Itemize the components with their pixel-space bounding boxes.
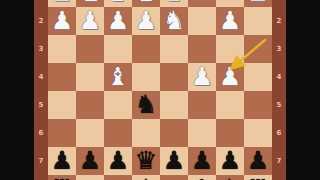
rank-label-4: 4	[34, 63, 48, 91]
rank-label-7: 7	[34, 147, 48, 175]
square-d3[interactable]	[160, 35, 188, 63]
rank-label-3: 3	[272, 35, 286, 63]
black-knight-b8[interactable]: ♞	[216, 175, 244, 180]
square-c7[interactable]: ♟	[188, 147, 216, 175]
square-f6[interactable]	[104, 119, 132, 147]
black-queen-e7[interactable]: ♛	[132, 147, 160, 175]
square-a5[interactable]	[244, 91, 272, 119]
square-g6[interactable]	[76, 119, 104, 147]
square-h2[interactable]: ♟	[48, 7, 76, 35]
rank-label-7: 7	[272, 147, 286, 175]
square-d6[interactable]	[160, 119, 188, 147]
square-d8[interactable]	[160, 175, 188, 180]
square-b4[interactable]: ♟	[216, 63, 244, 91]
video-frame: 12345678 12345678 ♜♞♝♚♛♜♟♟♟♟♞♟♝♟♟♞♟♟♟♛♟♟…	[0, 0, 320, 180]
square-d7[interactable]: ♟	[160, 147, 188, 175]
square-e5[interactable]: ♞	[132, 91, 160, 119]
black-pawn-c7[interactable]: ♟	[188, 147, 216, 175]
rank-label-8: 8	[34, 175, 48, 180]
white-pawn-e2[interactable]: ♟	[132, 7, 160, 35]
square-c8[interactable]: ♝	[188, 175, 216, 180]
square-b3[interactable]	[216, 35, 244, 63]
square-f8[interactable]	[104, 175, 132, 180]
square-h7[interactable]: ♟	[48, 147, 76, 175]
white-pawn-h2[interactable]: ♟	[48, 7, 76, 35]
square-h5[interactable]	[48, 91, 76, 119]
white-bishop-f4[interactable]: ♝	[104, 63, 132, 91]
square-b2[interactable]: ♟	[216, 7, 244, 35]
square-f3[interactable]	[104, 35, 132, 63]
square-a3[interactable]	[244, 35, 272, 63]
square-d2[interactable]: ♞	[160, 7, 188, 35]
square-b8[interactable]: ♞	[216, 175, 244, 180]
black-pawn-d7[interactable]: ♟	[160, 147, 188, 175]
square-b5[interactable]	[216, 91, 244, 119]
rank-label-2: 2	[34, 7, 48, 35]
square-f4[interactable]: ♝	[104, 63, 132, 91]
black-king-e8[interactable]: ♚	[132, 175, 160, 180]
black-pawn-b7[interactable]: ♟	[216, 147, 244, 175]
square-c5[interactable]	[188, 91, 216, 119]
rank-label-4: 4	[272, 63, 286, 91]
square-a8[interactable]: ♜	[244, 175, 272, 180]
rank-labels-left: 12345678	[34, 0, 48, 180]
square-c3[interactable]	[188, 35, 216, 63]
rank-label-1: 1	[34, 0, 48, 7]
square-e6[interactable]	[132, 119, 160, 147]
square-d4[interactable]	[160, 63, 188, 91]
white-pawn-b4[interactable]: ♟	[216, 63, 244, 91]
square-c4[interactable]: ♟	[188, 63, 216, 91]
board-grid: ♜♞♝♚♛♜♟♟♟♟♞♟♝♟♟♞♟♟♟♛♟♟♟♟♜♚♝♞♜	[48, 0, 272, 180]
rank-label-2: 2	[272, 7, 286, 35]
black-bishop-c8[interactable]: ♝	[188, 175, 216, 180]
square-e7[interactable]: ♛	[132, 147, 160, 175]
white-pawn-f2[interactable]: ♟	[104, 7, 132, 35]
square-h3[interactable]	[48, 35, 76, 63]
square-g7[interactable]: ♟	[76, 147, 104, 175]
square-f5[interactable]	[104, 91, 132, 119]
black-rook-h8[interactable]: ♜	[48, 175, 76, 180]
black-knight-e5[interactable]: ♞	[132, 91, 160, 119]
square-g2[interactable]: ♟	[76, 7, 104, 35]
square-h4[interactable]	[48, 63, 76, 91]
rank-label-8: 8	[272, 175, 286, 180]
square-a6[interactable]	[244, 119, 272, 147]
square-c2[interactable]	[188, 7, 216, 35]
square-h6[interactable]	[48, 119, 76, 147]
square-c1[interactable]	[188, 0, 216, 7]
black-rook-a8[interactable]: ♜	[244, 175, 272, 180]
square-a1[interactable]: ♜	[244, 0, 272, 7]
square-a7[interactable]: ♟	[244, 147, 272, 175]
square-g8[interactable]	[76, 175, 104, 180]
white-pawn-g2[interactable]: ♟	[76, 7, 104, 35]
rank-label-3: 3	[34, 35, 48, 63]
white-rook-a1[interactable]: ♜	[244, 0, 272, 7]
chess-board: 12345678 12345678 ♜♞♝♚♛♜♟♟♟♟♞♟♝♟♟♞♟♟♟♛♟♟…	[34, 0, 286, 180]
black-pawn-f7[interactable]: ♟	[104, 147, 132, 175]
square-c6[interactable]	[188, 119, 216, 147]
square-a2[interactable]	[244, 7, 272, 35]
white-knight-d2[interactable]: ♞	[160, 7, 188, 35]
black-pawn-a7[interactable]: ♟	[244, 147, 272, 175]
square-h8[interactable]: ♜	[48, 175, 76, 180]
rank-label-6: 6	[272, 119, 286, 147]
square-e4[interactable]	[132, 63, 160, 91]
square-f2[interactable]: ♟	[104, 7, 132, 35]
rank-labels-right: 12345678	[272, 0, 286, 180]
black-pawn-h7[interactable]: ♟	[48, 147, 76, 175]
square-e2[interactable]: ♟	[132, 7, 160, 35]
square-a4[interactable]	[244, 63, 272, 91]
square-g4[interactable]	[76, 63, 104, 91]
rank-label-5: 5	[34, 91, 48, 119]
square-e3[interactable]	[132, 35, 160, 63]
square-g5[interactable]	[76, 91, 104, 119]
square-d5[interactable]	[160, 91, 188, 119]
square-b6[interactable]	[216, 119, 244, 147]
square-b7[interactable]: ♟	[216, 147, 244, 175]
square-g3[interactable]	[76, 35, 104, 63]
white-pawn-b2[interactable]: ♟	[216, 7, 244, 35]
black-pawn-g7[interactable]: ♟	[76, 147, 104, 175]
square-f7[interactable]: ♟	[104, 147, 132, 175]
rank-label-6: 6	[34, 119, 48, 147]
rank-label-1: 1	[272, 0, 286, 7]
square-e8[interactable]: ♚	[132, 175, 160, 180]
white-pawn-c4[interactable]: ♟	[188, 63, 216, 91]
rank-label-5: 5	[272, 91, 286, 119]
